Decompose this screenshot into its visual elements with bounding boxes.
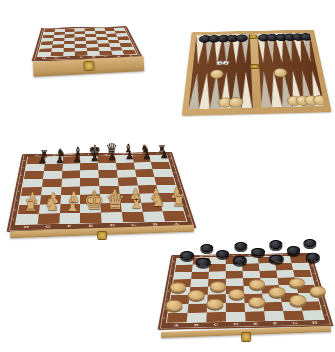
board-cell [80,186,100,195]
point-tip-dot [206,73,208,74]
coordinate-label: D [226,322,246,328]
board-cell [119,194,140,203]
board-cell [137,185,158,194]
coordinate-label: G [273,254,289,257]
board-cell [189,295,208,304]
board-cell [206,312,226,322]
backgammon-right-half [257,33,325,108]
product-photo-canvas: HGFEDCBA HGFEDCBA HGFEDCBA 87654321 8765… [0,0,335,352]
coordinate-label: B [186,322,206,328]
point-tip-dot [197,63,199,64]
coordinate-label: C [114,153,132,156]
backgammon-left-half [188,34,252,109]
board-cell [300,301,321,310]
board-cell [19,195,40,204]
coordinate-label: 7 [20,167,25,169]
backgammon-point [188,73,202,109]
point-tip-dot [235,73,237,74]
coordinate-label: 6 [19,174,25,176]
coordinate-label: A [149,152,167,155]
board-cell [100,194,121,203]
board-cell [244,294,263,303]
board-cell [187,312,207,322]
coordinate-label: 6 [168,275,174,277]
die-icon [222,60,230,65]
coordinate-label: 1 [161,316,167,319]
coordinate-label: 2 [162,307,168,310]
coordinate-label: 8 [307,258,312,260]
backgammon-point [199,73,212,109]
board-cell [80,213,101,223]
board-cell [302,310,324,320]
coordinate-label: 2 [12,208,18,211]
chess-board: HGFEDCBA HGFEDCBA 87654321 87654321 [7,152,197,232]
board-cell [264,311,285,321]
board-cell [226,294,245,303]
coordinate-label: H [37,57,50,61]
board-cell [188,303,208,312]
coordinate-label: E [246,321,266,327]
board-cell [61,186,81,195]
coordinate-label: G [285,320,306,326]
coordinate-label: F [265,321,285,327]
board-cell [59,213,80,223]
coordinate-label: G [45,154,63,157]
board-cell [244,302,264,311]
point-tip-dot [196,74,198,75]
checker-black [303,239,316,247]
board-cell [99,186,119,195]
coordinate-label: A [166,323,187,329]
coordinate-label: 3 [164,298,170,301]
coordinate-label: 5 [175,179,181,181]
coordinate-label: 4 [165,290,171,292]
board-cell [37,214,59,224]
point-tip-dot [290,60,292,61]
coordinate-label: 7 [170,164,176,166]
board-cell [142,212,165,222]
checker-black [269,241,282,249]
coordinate-label: 6 [311,272,317,274]
board-cell [283,310,304,320]
coordinate-label: 4 [15,190,21,192]
coordinate-label: 1 [323,313,330,316]
board-cell [60,195,80,204]
clasp-icon [241,332,251,342]
board-cell [158,193,180,202]
board-cell [280,293,300,302]
coordinate-label: 7 [309,265,315,267]
coordinate-label: 2 [320,304,326,307]
board-cell [298,293,318,302]
board-cell [40,195,61,204]
point-tip-dot [225,73,227,74]
coordinate-label: 6 [172,172,178,174]
coordinate-label: 7 [169,267,174,269]
board-cell [170,295,190,304]
board-cell [282,302,303,311]
coordinate-label: D [226,254,242,257]
board-cell [262,293,282,302]
coordinate-label: 4 [316,287,322,289]
coordinate-label: F [258,254,274,257]
checkers-view: ABCDEFGH ABCDEFGH 87654321 87654321 [158,226,335,352]
checkers-board: ABCDEFGH ABCDEFGH 87654321 87654321 [158,253,334,330]
checkers-grid [167,256,324,323]
coordinate-label: 2 [183,205,189,208]
coordinate-label: 3 [14,199,20,202]
coordinate-label: 5 [17,182,23,184]
point-tip-dot [281,61,283,62]
board-cell [207,294,226,303]
board-cell [39,204,60,214]
board-cell [41,187,61,196]
board-cell [80,203,101,213]
backgammon-checker-white [210,70,224,79]
clasp-icon [97,231,107,240]
chess-grid [16,155,186,224]
point-tip-dot [300,60,302,61]
board-cell [207,303,226,312]
board-cell [18,204,40,214]
point-tip-dot [262,61,264,62]
backgammon-checker-white [273,68,288,77]
point-tip-dot [235,62,237,63]
coordinate-label: H [28,154,46,157]
board-cell [141,202,163,212]
board-cell [101,212,123,222]
backgammon-checker-black [300,33,314,41]
closed-box-view: HGFEDCBA [26,12,156,78]
coordinate-label: C [210,255,226,258]
board-cell [139,193,161,202]
coordinate-label: 8 [21,160,26,162]
clasp-icon [83,61,95,72]
coordinate-label: 1 [185,215,192,218]
board-cell [120,203,142,213]
checker-black [200,244,213,252]
backgammon-view [181,8,334,128]
point-tip-dot [292,71,294,72]
backgammon-board [182,30,332,116]
closed-box-grid [38,28,137,57]
point-tip-dot [311,71,313,72]
coordinate-label: 5 [167,282,173,284]
point-tip-dot [245,61,247,62]
board-cell [156,185,177,194]
coordinate-label: 3 [180,196,186,198]
backgammon-point [259,71,272,107]
board-cell [226,312,246,322]
coordinate-label: F [63,154,80,157]
coordinate-label: A [177,255,193,258]
point-tip-dot [302,71,304,72]
point-tip-dot [272,61,274,62]
coordinate-label: B [193,255,209,258]
board-cell [263,302,283,311]
coordinate-label: 8 [168,157,173,159]
board-cell [122,212,144,222]
coordinate-label: E [242,254,258,257]
board-cell [59,204,80,214]
board-cell [80,194,100,203]
board-cell [100,203,121,213]
coordinate-label: C [206,322,226,328]
coordinate-label: H [304,320,325,326]
coordinate-label: D [97,153,114,156]
coordinate-label: E [80,153,97,156]
die-pip [218,62,220,63]
coordinate-label: 3 [318,296,324,299]
die-pip [225,62,227,63]
coordinate-label: 5 [313,280,319,282]
coordinate-label: H [289,253,306,256]
point-tip-dot [245,73,247,74]
board-cell [168,304,188,313]
board-cell [161,202,184,212]
coordinate-label: 1 [10,218,16,221]
board-cell [163,211,187,221]
coordinate-label: 8 [171,261,176,263]
board-cell [167,313,188,323]
board-cell [118,185,139,194]
coordinate-label: 4 [177,187,183,189]
board-cell [16,214,39,224]
checker-black [234,242,247,250]
point-tip-dot [309,60,311,61]
coordinate-label: B [132,153,150,156]
board-cell [226,303,245,312]
board-cell [245,311,265,321]
point-tip-dot [263,72,265,73]
point-tip-dot [207,62,209,63]
